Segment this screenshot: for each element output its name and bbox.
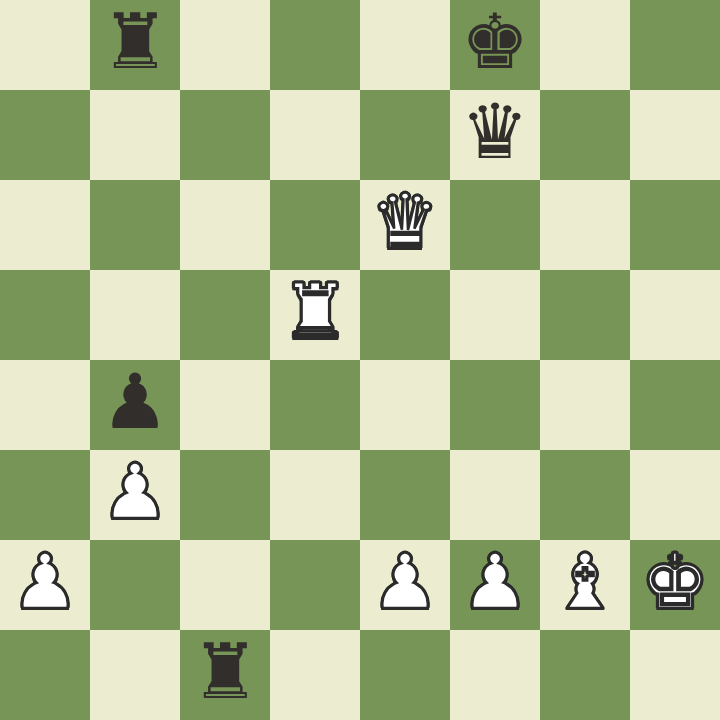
square-f2[interactable]: ♟ xyxy=(450,540,540,630)
square-h4[interactable] xyxy=(630,360,720,450)
square-h1[interactable] xyxy=(630,630,720,720)
square-h7[interactable] xyxy=(630,90,720,180)
square-f4[interactable] xyxy=(450,360,540,450)
square-e4[interactable] xyxy=(360,360,450,450)
square-d4[interactable] xyxy=(270,360,360,450)
white-bishop-piece[interactable]: ♝ xyxy=(551,540,619,627)
white-king-piece[interactable]: ♚ xyxy=(641,540,709,627)
square-h2[interactable]: ♚ xyxy=(630,540,720,630)
square-d5[interactable]: ♜ xyxy=(270,270,360,360)
square-c1[interactable]: ♜ xyxy=(180,630,270,720)
square-b8[interactable]: ♜ xyxy=(90,0,180,90)
square-b3[interactable]: ♟ xyxy=(90,450,180,540)
square-c5[interactable] xyxy=(180,270,270,360)
square-e3[interactable] xyxy=(360,450,450,540)
black-king-piece[interactable]: ♚ xyxy=(461,0,529,87)
square-g4[interactable] xyxy=(540,360,630,450)
square-h3[interactable] xyxy=(630,450,720,540)
square-h5[interactable] xyxy=(630,270,720,360)
square-e2[interactable]: ♟ xyxy=(360,540,450,630)
square-g1[interactable] xyxy=(540,630,630,720)
square-b1[interactable] xyxy=(90,630,180,720)
square-b7[interactable] xyxy=(90,90,180,180)
square-c3[interactable] xyxy=(180,450,270,540)
square-a8[interactable] xyxy=(0,0,90,90)
square-e8[interactable] xyxy=(360,0,450,90)
square-a7[interactable] xyxy=(0,90,90,180)
square-g5[interactable] xyxy=(540,270,630,360)
white-pawn-piece[interactable]: ♟ xyxy=(461,540,529,627)
black-rook-piece[interactable]: ♜ xyxy=(101,0,169,87)
square-f3[interactable] xyxy=(450,450,540,540)
square-a2[interactable]: ♟ xyxy=(0,540,90,630)
white-pawn-piece[interactable]: ♟ xyxy=(101,450,169,537)
square-d6[interactable] xyxy=(270,180,360,270)
black-rook-piece[interactable]: ♜ xyxy=(191,630,259,717)
black-queen-piece[interactable]: ♛ xyxy=(461,90,529,177)
square-f8[interactable]: ♚ xyxy=(450,0,540,90)
square-d3[interactable] xyxy=(270,450,360,540)
square-d1[interactable] xyxy=(270,630,360,720)
square-a5[interactable] xyxy=(0,270,90,360)
square-a4[interactable] xyxy=(0,360,90,450)
square-e6[interactable]: ♛ xyxy=(360,180,450,270)
square-f1[interactable] xyxy=(450,630,540,720)
square-d8[interactable] xyxy=(270,0,360,90)
square-d2[interactable] xyxy=(270,540,360,630)
square-g8[interactable] xyxy=(540,0,630,90)
square-b4[interactable]: ♟ xyxy=(90,360,180,450)
square-e5[interactable] xyxy=(360,270,450,360)
square-g6[interactable] xyxy=(540,180,630,270)
square-c6[interactable] xyxy=(180,180,270,270)
chess-board: ♜♚♛♛♜♟♟♟♟♟♝♚♜ xyxy=(0,0,720,720)
square-a1[interactable] xyxy=(0,630,90,720)
square-a6[interactable] xyxy=(0,180,90,270)
square-c8[interactable] xyxy=(180,0,270,90)
square-b6[interactable] xyxy=(90,180,180,270)
square-g7[interactable] xyxy=(540,90,630,180)
square-e1[interactable] xyxy=(360,630,450,720)
square-c2[interactable] xyxy=(180,540,270,630)
square-e7[interactable] xyxy=(360,90,450,180)
square-c4[interactable] xyxy=(180,360,270,450)
white-pawn-piece[interactable]: ♟ xyxy=(371,540,439,627)
square-d7[interactable] xyxy=(270,90,360,180)
square-g2[interactable]: ♝ xyxy=(540,540,630,630)
chess-board-wrap: ♜♚♛♛♜♟♟♟♟♟♝♚♜ xyxy=(0,0,720,720)
square-f6[interactable] xyxy=(450,180,540,270)
square-a3[interactable] xyxy=(0,450,90,540)
square-g3[interactable] xyxy=(540,450,630,540)
square-b5[interactable] xyxy=(90,270,180,360)
square-f5[interactable] xyxy=(450,270,540,360)
white-pawn-piece[interactable]: ♟ xyxy=(11,540,79,627)
square-b2[interactable] xyxy=(90,540,180,630)
white-rook-piece[interactable]: ♜ xyxy=(281,270,349,357)
square-h8[interactable] xyxy=(630,0,720,90)
square-f7[interactable]: ♛ xyxy=(450,90,540,180)
black-pawn-piece[interactable]: ♟ xyxy=(101,360,169,447)
square-c7[interactable] xyxy=(180,90,270,180)
white-queen-piece[interactable]: ♛ xyxy=(371,180,439,267)
square-h6[interactable] xyxy=(630,180,720,270)
